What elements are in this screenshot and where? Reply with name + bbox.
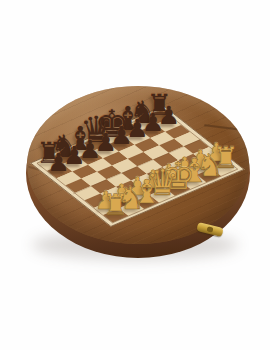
piece-black-pawn-a7[interactable]: ♟ xyxy=(47,150,69,175)
product-photo-scene: ♜♞♝♛♚♝♞♜♟♟♟♟♟♟♟♟♟♟♟♟♟♟♟♟♜♞♝♛♚♝♞♜ xyxy=(0,0,270,350)
piece-white-rook-a1[interactable]: ♜ xyxy=(102,191,128,220)
